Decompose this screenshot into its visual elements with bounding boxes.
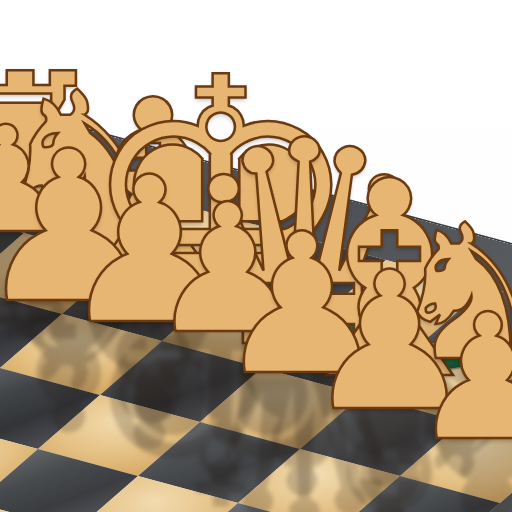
chess-set-photo: ♜♜♞♞♝♝♚♚♛♛♝♝♞♞♟♟♟♟♟♟♟♟♟♟♟♟♟♟ (0, 0, 512, 512)
white-pawn: ♟ (410, 291, 512, 465)
